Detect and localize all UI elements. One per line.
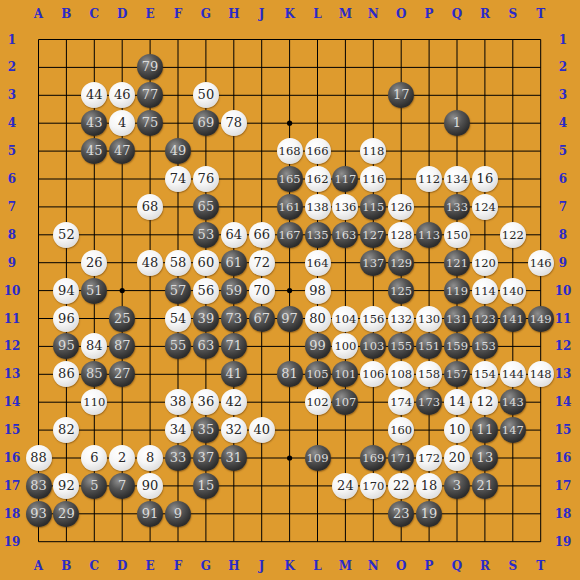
row-label-left: 9 [8,256,16,270]
stone-P8: 113 [416,222,442,248]
move-number: 108 [390,361,412,387]
move-number: 154 [474,361,496,387]
row-label-left: 12 [4,339,21,353]
move-number: 164 [307,250,329,276]
stone-O14: 174 [388,389,414,415]
stone-F11: 54 [165,306,191,332]
stone-L12: 99 [305,333,331,359]
move-number: 42 [226,389,243,415]
move-number: 58 [170,250,187,276]
stone-H15: 32 [221,417,247,443]
column-label-bottom: S [508,559,517,573]
move-number: 114 [474,278,496,304]
move-number: 76 [198,166,215,192]
column-label-top: S [508,7,517,21]
column-label-top: L [313,7,321,21]
stone-O8: 128 [388,222,414,248]
move-number: 133 [446,194,468,220]
stone-G9: 60 [193,250,219,276]
column-label-bottom: E [146,559,155,573]
move-number: 143 [502,389,524,415]
stone-M12: 100 [332,333,358,359]
move-number: 73 [226,306,243,332]
stone-D17: 7 [109,473,135,499]
row-label-left: 10 [4,284,21,298]
move-number: 160 [390,417,412,443]
stone-Q8: 150 [444,222,470,248]
stone-K7: 161 [277,194,303,220]
column-label-bottom: J [259,559,265,573]
move-number: 14 [449,389,466,415]
row-label-left: 4 [8,116,16,130]
stone-Q10: 119 [444,278,470,304]
stone-S14: 143 [500,389,526,415]
move-number: 103 [362,333,384,359]
goban[interactable]: AABBCCDDEEFFGGHHJJKKLLMMNNOOPPQQRRSSTT11… [0,0,580,580]
stone-Q4: 1 [444,110,470,136]
stone-L8: 135 [305,222,331,248]
stone-G3: 50 [193,82,219,108]
stone-P13: 158 [416,361,442,387]
stone-L10: 98 [305,278,331,304]
stone-P12: 151 [416,333,442,359]
move-number: 78 [226,110,243,136]
stone-E18: 91 [137,501,163,527]
move-number: 7 [118,473,126,499]
move-number: 47 [114,138,131,164]
stone-G16: 37 [193,445,219,471]
move-number: 166 [307,138,329,164]
stone-Q16: 20 [444,445,470,471]
move-number: 39 [198,306,215,332]
stone-T13: 148 [528,361,554,387]
stone-J11: 67 [249,306,275,332]
stone-L16: 109 [305,445,331,471]
stone-D11: 25 [109,306,135,332]
stone-J10: 70 [249,278,275,304]
stone-O15: 160 [388,417,414,443]
stone-E17: 90 [137,473,163,499]
stone-M7: 136 [332,194,358,220]
row-label-right: 3 [559,88,567,102]
stone-C17: 5 [81,473,107,499]
stone-Q9: 121 [444,250,470,276]
stone-F6: 74 [165,166,191,192]
stone-L5: 166 [305,138,331,164]
column-label-bottom: A [34,559,43,573]
stone-R12: 153 [472,333,498,359]
move-number: 38 [170,389,187,415]
row-label-left: 18 [4,507,21,521]
move-number: 132 [390,306,412,332]
stone-L9: 164 [305,250,331,276]
stone-N13: 106 [360,361,386,387]
stone-R14: 12 [472,389,498,415]
stone-N17: 170 [360,473,386,499]
move-number: 99 [309,333,326,359]
column-label-top: O [396,7,406,21]
stone-R13: 154 [472,361,498,387]
row-label-left: 8 [8,228,16,242]
move-number: 84 [86,333,103,359]
move-number: 79 [142,54,159,80]
stone-N5: 118 [360,138,386,164]
row-label-left: 19 [4,535,21,549]
stone-P16: 172 [416,445,442,471]
column-label-bottom: M [339,559,352,573]
move-number: 49 [170,138,187,164]
move-number: 34 [170,417,187,443]
move-number: 120 [474,250,496,276]
move-number: 46 [114,82,131,108]
move-number: 65 [198,194,215,220]
row-label-left: 15 [4,423,21,437]
move-number: 86 [58,361,75,387]
move-number: 137 [362,250,384,276]
stone-S13: 144 [500,361,526,387]
row-label-left: 6 [8,172,16,186]
move-number: 119 [446,278,468,304]
move-number: 5 [90,473,98,499]
move-number: 153 [474,333,496,359]
stone-S11: 141 [500,306,526,332]
row-label-left: 2 [8,60,16,74]
move-number: 91 [142,501,159,527]
stone-R6: 16 [472,166,498,192]
move-number: 44 [86,82,103,108]
stone-N16: 169 [360,445,386,471]
move-number: 116 [362,166,384,192]
stone-K11: 97 [277,306,303,332]
stone-G17: 15 [193,473,219,499]
stone-P11: 130 [416,306,442,332]
stone-Q17: 3 [444,473,470,499]
move-number: 6 [90,445,98,471]
move-number: 123 [474,306,496,332]
move-number: 144 [502,361,524,387]
stone-Q7: 133 [444,194,470,220]
move-number: 24 [337,473,354,499]
stone-N11: 156 [360,306,386,332]
column-label-bottom: G [201,559,211,573]
move-number: 121 [446,250,468,276]
stone-O18: 23 [388,501,414,527]
move-number: 82 [58,417,75,443]
stone-N12: 103 [360,333,386,359]
move-number: 80 [309,306,326,332]
row-label-right: 9 [559,256,567,270]
move-number: 97 [281,306,298,332]
move-number: 87 [114,333,131,359]
move-number: 48 [142,250,159,276]
stone-K5: 168 [277,138,303,164]
move-number: 55 [170,333,187,359]
stone-G6: 76 [193,166,219,192]
stone-O12: 155 [388,333,414,359]
move-number: 127 [362,222,384,248]
stone-O11: 132 [388,306,414,332]
move-number: 105 [307,361,329,387]
row-label-right: 14 [555,395,572,409]
stone-S15: 147 [500,417,526,443]
stone-F18: 9 [165,501,191,527]
move-number: 112 [418,166,440,192]
move-number: 71 [226,333,243,359]
row-label-right: 7 [559,200,567,214]
column-label-bottom: D [117,559,127,573]
row-label-right: 18 [555,507,572,521]
column-label-bottom: B [61,559,71,573]
stone-F10: 57 [165,278,191,304]
stone-H16: 31 [221,445,247,471]
stone-H9: 61 [221,250,247,276]
move-number: 124 [474,194,496,220]
stone-G11: 39 [193,306,219,332]
row-label-right: 17 [555,479,572,493]
move-number: 17 [393,82,410,108]
stone-Q14: 14 [444,389,470,415]
move-number: 10 [449,417,466,443]
row-label-right: 1 [559,33,567,47]
move-number: 22 [393,473,410,499]
move-number: 23 [393,501,410,527]
move-number: 83 [30,473,47,499]
move-number: 69 [198,110,215,136]
row-label-right: 2 [559,60,567,74]
move-number: 70 [253,278,270,304]
stone-R10: 114 [472,278,498,304]
stone-H11: 73 [221,306,247,332]
move-number: 169 [362,445,384,471]
stone-L14: 102 [305,389,331,415]
stone-F9: 58 [165,250,191,276]
stone-N8: 127 [360,222,386,248]
stone-G7: 65 [193,194,219,220]
stone-L13: 105 [305,361,331,387]
stone-K13: 81 [277,361,303,387]
stone-F15: 34 [165,417,191,443]
move-number: 113 [418,222,440,248]
move-number: 27 [114,361,131,387]
row-label-right: 12 [555,339,572,353]
row-label-left: 13 [4,367,21,381]
move-number: 129 [390,250,412,276]
column-label-top: Q [452,7,462,21]
stone-L11: 80 [305,306,331,332]
move-number: 107 [334,389,356,415]
move-number: 26 [86,250,103,276]
move-number: 168 [279,138,301,164]
move-number: 151 [418,333,440,359]
move-number: 75 [142,110,159,136]
move-number: 40 [253,417,270,443]
column-label-top: N [368,7,379,21]
stone-Q12: 159 [444,333,470,359]
move-number: 72 [253,250,270,276]
move-number: 140 [502,278,524,304]
move-number: 15 [198,473,215,499]
row-label-left: 17 [4,479,21,493]
move-number: 36 [198,389,215,415]
move-number: 2 [118,445,126,471]
move-number: 90 [142,473,159,499]
stone-P18: 19 [416,501,442,527]
move-number: 4 [118,110,126,136]
column-label-bottom: C [90,559,100,573]
stone-O7: 126 [388,194,414,220]
stone-Q11: 131 [444,306,470,332]
move-number: 173 [418,389,440,415]
stone-A18: 93 [26,501,52,527]
column-label-top: R [480,7,490,21]
stone-R16: 13 [472,445,498,471]
stone-J8: 66 [249,222,275,248]
move-number: 126 [390,194,412,220]
stone-H14: 42 [221,389,247,415]
move-number: 64 [226,222,243,248]
move-number: 102 [307,389,329,415]
move-number: 63 [198,333,215,359]
stone-E7: 68 [137,194,163,220]
stone-F16: 33 [165,445,191,471]
move-number: 172 [418,445,440,471]
column-label-top: G [201,7,211,21]
stone-G4: 69 [193,110,219,136]
stone-N6: 116 [360,166,386,192]
stone-A17: 83 [26,473,52,499]
stone-J9: 72 [249,250,275,276]
move-number: 74 [170,166,187,192]
move-number: 159 [446,333,468,359]
stone-O9: 129 [388,250,414,276]
move-number: 141 [502,306,524,332]
stone-F5: 49 [165,138,191,164]
stone-R11: 123 [472,306,498,332]
column-label-top: K [284,7,294,21]
move-number: 16 [477,166,494,192]
stone-S8: 122 [500,222,526,248]
stone-Q13: 157 [444,361,470,387]
stone-N9: 137 [360,250,386,276]
row-label-right: 13 [555,367,572,381]
move-number: 93 [30,501,47,527]
move-number: 95 [58,333,75,359]
move-number: 31 [226,445,243,471]
move-number: 155 [390,333,412,359]
move-number: 52 [58,222,75,248]
move-number: 118 [362,138,384,164]
row-label-left: 16 [4,451,21,465]
move-number: 161 [279,194,301,220]
stone-G14: 36 [193,389,219,415]
move-number: 11 [477,417,494,443]
move-number: 96 [58,306,75,332]
move-number: 68 [142,194,159,220]
stone-L6: 162 [305,166,331,192]
stone-R7: 124 [472,194,498,220]
stone-F14: 38 [165,389,191,415]
column-label-top: C [90,7,100,21]
stone-G10: 56 [193,278,219,304]
stone-M14: 107 [332,389,358,415]
stone-G15: 35 [193,417,219,443]
stone-S10: 140 [500,278,526,304]
move-number: 157 [446,361,468,387]
move-number: 131 [446,306,468,332]
move-number: 45 [86,138,103,164]
column-label-bottom: O [396,559,406,573]
move-number: 125 [390,278,412,304]
move-number: 50 [198,82,215,108]
move-number: 88 [30,445,47,471]
move-number: 109 [307,445,329,471]
move-number: 134 [446,166,468,192]
move-number: 167 [279,222,301,248]
move-number: 53 [198,222,215,248]
move-number: 33 [170,445,187,471]
stone-T11: 149 [528,306,554,332]
stone-O13: 108 [388,361,414,387]
row-label-left: 5 [8,144,16,158]
stone-K8: 167 [277,222,303,248]
move-number: 54 [170,306,187,332]
stone-M6: 117 [332,166,358,192]
move-number: 158 [418,361,440,387]
row-label-right: 11 [555,312,572,326]
move-number: 98 [309,278,326,304]
stone-R15: 11 [472,417,498,443]
move-number: 163 [334,222,356,248]
move-number: 117 [334,166,356,192]
row-label-right: 19 [555,535,572,549]
column-label-bottom: F [174,559,183,573]
row-label-right: 15 [555,423,572,437]
move-number: 101 [334,361,356,387]
column-label-bottom: Q [452,559,462,573]
move-number: 61 [226,250,243,276]
row-label-right: 4 [559,116,567,130]
row-label-left: 1 [8,33,16,47]
stone-C9: 26 [81,250,107,276]
stone-R17: 21 [472,473,498,499]
move-number: 9 [174,501,182,527]
move-number: 148 [530,361,552,387]
stone-C10: 51 [81,278,107,304]
move-number: 51 [86,278,103,304]
move-number: 1 [453,110,461,136]
move-number: 165 [279,166,301,192]
column-label-top: F [174,7,183,21]
move-number: 162 [307,166,329,192]
column-label-top: H [228,7,239,21]
move-number: 110 [83,389,105,415]
stone-O16: 171 [388,445,414,471]
stone-K6: 165 [277,166,303,192]
column-label-top: E [146,7,155,21]
move-number: 135 [307,222,329,248]
row-label-right: 5 [559,144,567,158]
stone-H10: 59 [221,278,247,304]
stone-D16: 2 [109,445,135,471]
stone-N7: 115 [360,194,386,220]
move-number: 21 [477,473,494,499]
column-label-top: P [425,7,434,21]
move-number: 19 [421,501,438,527]
stone-O10: 125 [388,278,414,304]
stone-Q6: 134 [444,166,470,192]
move-number: 60 [198,250,215,276]
column-label-bottom: L [313,559,321,573]
